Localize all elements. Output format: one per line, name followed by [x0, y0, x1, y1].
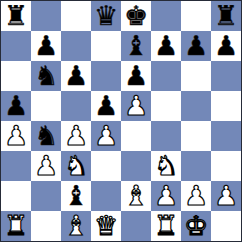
black-pawn-piece[interactable]: ♟ — [4, 91, 28, 121]
square-d4[interactable]: ♟ — [91, 121, 121, 151]
square-f7[interactable]: ♟ — [151, 31, 181, 61]
black-bishop-piece[interactable]: ♝ — [124, 31, 148, 61]
square-g7[interactable]: ♟ — [181, 31, 211, 61]
white-knight-piece[interactable]: ♞ — [64, 151, 88, 181]
black-queen-piece[interactable]: ♛ — [94, 1, 118, 31]
square-d8[interactable]: ♛ — [91, 1, 121, 31]
black-pawn-piece[interactable]: ♟ — [94, 91, 118, 121]
square-e1[interactable] — [121, 211, 151, 241]
square-f6[interactable] — [151, 61, 181, 91]
square-b8[interactable] — [31, 1, 61, 31]
white-pawn-piece[interactable]: ♟ — [94, 121, 118, 151]
square-a1[interactable]: ♜ — [1, 211, 31, 241]
black-pawn-piece[interactable]: ♟ — [184, 31, 208, 61]
square-g4[interactable] — [181, 121, 211, 151]
square-b5[interactable] — [31, 91, 61, 121]
square-c8[interactable] — [61, 1, 91, 31]
square-g8[interactable] — [181, 1, 211, 31]
black-pawn-piece[interactable]: ♟ — [64, 61, 88, 91]
black-bishop-piece[interactable]: ♝ — [64, 181, 88, 211]
square-e4[interactable] — [121, 121, 151, 151]
white-queen-piece[interactable]: ♛ — [94, 211, 118, 241]
white-pawn-piece[interactable]: ♟ — [184, 181, 208, 211]
square-d5[interactable]: ♟ — [91, 91, 121, 121]
square-d6[interactable] — [91, 61, 121, 91]
square-b1[interactable] — [31, 211, 61, 241]
square-a8[interactable]: ♜ — [1, 1, 31, 31]
white-rook-piece[interactable]: ♜ — [154, 211, 178, 241]
square-g6[interactable] — [181, 61, 211, 91]
square-d7[interactable] — [91, 31, 121, 61]
square-h8[interactable]: ♜ — [211, 1, 241, 31]
black-rook-piece[interactable]: ♜ — [4, 1, 28, 31]
square-h2[interactable]: ♟ — [211, 181, 241, 211]
white-knight-piece[interactable]: ♞ — [154, 151, 178, 181]
black-rook-piece[interactable]: ♜ — [214, 1, 238, 31]
black-pawn-piece[interactable]: ♟ — [124, 61, 148, 91]
square-e7[interactable]: ♝ — [121, 31, 151, 61]
square-f3[interactable]: ♞ — [151, 151, 181, 181]
black-pawn-piece[interactable]: ♟ — [154, 31, 178, 61]
white-pawn-piece[interactable]: ♟ — [64, 121, 88, 151]
square-d2[interactable] — [91, 181, 121, 211]
square-h7[interactable]: ♟ — [211, 31, 241, 61]
square-c1[interactable]: ♝ — [61, 211, 91, 241]
black-pawn-piece[interactable]: ♟ — [214, 31, 238, 61]
square-h6[interactable] — [211, 61, 241, 91]
white-pawn-piece[interactable]: ♟ — [4, 121, 28, 151]
chess-board: ♜♛♚♜♟♝♟♟♟♞♟♟♟♟♟♟♞♟♟♟♞♞♝♝♟♟♟♜♝♛♜♚ — [0, 0, 242, 242]
square-g3[interactable] — [181, 151, 211, 181]
square-a6[interactable] — [1, 61, 31, 91]
white-bishop-piece[interactable]: ♝ — [64, 211, 88, 241]
square-f1[interactable]: ♜ — [151, 211, 181, 241]
white-pawn-piece[interactable]: ♟ — [214, 181, 238, 211]
square-a5[interactable]: ♟ — [1, 91, 31, 121]
square-a3[interactable] — [1, 151, 31, 181]
white-pawn-piece[interactable]: ♟ — [34, 151, 58, 181]
square-a4[interactable]: ♟ — [1, 121, 31, 151]
square-c7[interactable] — [61, 31, 91, 61]
square-f4[interactable] — [151, 121, 181, 151]
square-e6[interactable]: ♟ — [121, 61, 151, 91]
white-rook-piece[interactable]: ♜ — [4, 211, 28, 241]
square-c6[interactable]: ♟ — [61, 61, 91, 91]
square-d1[interactable]: ♛ — [91, 211, 121, 241]
square-b6[interactable]: ♞ — [31, 61, 61, 91]
white-king-piece[interactable]: ♚ — [184, 211, 208, 241]
black-knight-piece[interactable]: ♞ — [34, 61, 58, 91]
square-f2[interactable]: ♟ — [151, 181, 181, 211]
square-h4[interactable] — [211, 121, 241, 151]
square-c4[interactable]: ♟ — [61, 121, 91, 151]
black-king-piece[interactable]: ♚ — [124, 1, 148, 31]
square-f5[interactable] — [151, 91, 181, 121]
square-g1[interactable]: ♚ — [181, 211, 211, 241]
black-pawn-piece[interactable]: ♟ — [34, 31, 58, 61]
square-b3[interactable]: ♟ — [31, 151, 61, 181]
square-e5[interactable]: ♟ — [121, 91, 151, 121]
square-c3[interactable]: ♞ — [61, 151, 91, 181]
square-b7[interactable]: ♟ — [31, 31, 61, 61]
square-b4[interactable]: ♞ — [31, 121, 61, 151]
square-a2[interactable] — [1, 181, 31, 211]
square-g2[interactable]: ♟ — [181, 181, 211, 211]
square-f8[interactable] — [151, 1, 181, 31]
square-h3[interactable] — [211, 151, 241, 181]
white-pawn-piece[interactable]: ♟ — [124, 91, 148, 121]
square-c2[interactable]: ♝ — [61, 181, 91, 211]
square-b2[interactable] — [31, 181, 61, 211]
square-e8[interactable]: ♚ — [121, 1, 151, 31]
square-e3[interactable] — [121, 151, 151, 181]
square-e2[interactable]: ♝ — [121, 181, 151, 211]
square-c5[interactable] — [61, 91, 91, 121]
square-d3[interactable] — [91, 151, 121, 181]
black-knight-piece[interactable]: ♞ — [34, 121, 58, 151]
white-pawn-piece[interactable]: ♟ — [154, 181, 178, 211]
square-h5[interactable] — [211, 91, 241, 121]
square-h1[interactable] — [211, 211, 241, 241]
square-g5[interactable] — [181, 91, 211, 121]
square-a7[interactable] — [1, 31, 31, 61]
white-bishop-piece[interactable]: ♝ — [124, 181, 148, 211]
